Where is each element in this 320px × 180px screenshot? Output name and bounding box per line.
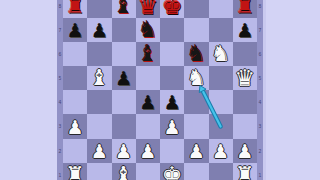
square-g2[interactable]: ♟	[209, 139, 233, 163]
piece-black-rook[interactable]: ♜	[235, 0, 255, 18]
piece-white-pawn[interactable]: ♟	[236, 139, 253, 163]
piece-white-bishop[interactable]: ♝	[114, 163, 134, 180]
rank-label-1: 1	[59, 169, 62, 180]
square-h3[interactable]	[233, 114, 257, 138]
piece-white-rook[interactable]: ♜	[235, 163, 255, 180]
piece-white-pawn[interactable]: ♟	[139, 139, 156, 163]
rank-label-7: 7	[259, 24, 262, 36]
piece-white-pawn[interactable]: ♟	[91, 139, 108, 163]
square-f7[interactable]	[184, 18, 208, 42]
piece-white-king[interactable]: ♚	[162, 163, 183, 180]
square-h1[interactable]: ♜	[233, 163, 257, 180]
square-c3[interactable]	[112, 114, 136, 138]
square-c6[interactable]	[112, 42, 136, 66]
square-a8[interactable]: ♜	[63, 0, 87, 18]
square-g5[interactable]	[209, 66, 233, 90]
square-f3[interactable]	[184, 114, 208, 138]
square-g7[interactable]	[209, 18, 233, 42]
square-a4[interactable]	[63, 90, 87, 114]
square-d6[interactable]: ♝	[136, 42, 160, 66]
rank-label-2: 2	[59, 145, 62, 157]
piece-black-pawn[interactable]: ♟	[115, 66, 132, 90]
square-a7[interactable]: ♟	[63, 18, 87, 42]
square-f1[interactable]	[184, 163, 208, 180]
square-g4[interactable]	[209, 90, 233, 114]
square-h6[interactable]	[233, 42, 257, 66]
square-c8[interactable]: ♝	[112, 0, 136, 18]
rank-label-5: 5	[59, 72, 62, 84]
piece-white-pawn[interactable]: ♟	[188, 139, 205, 163]
square-f4[interactable]	[184, 90, 208, 114]
square-e5[interactable]	[160, 66, 184, 90]
square-d3[interactable]	[136, 114, 160, 138]
square-e6[interactable]	[160, 42, 184, 66]
square-b8[interactable]	[87, 0, 111, 18]
rank-label-5: 5	[259, 72, 262, 84]
rank-label-4: 4	[259, 96, 262, 108]
piece-white-pawn[interactable]: ♟	[212, 139, 229, 163]
piece-black-pawn[interactable]: ♟	[139, 90, 156, 114]
board-edge-highlight	[263, 0, 266, 180]
piece-black-pawn[interactable]: ♟	[236, 18, 253, 42]
square-e2[interactable]	[160, 139, 184, 163]
square-h5[interactable]: ♛	[233, 66, 257, 90]
square-a1[interactable]: ♜	[63, 163, 87, 180]
piece-white-pawn[interactable]: ♟	[164, 115, 181, 139]
piece-white-knight[interactable]: ♞	[211, 42, 231, 66]
piece-white-knight[interactable]: ♞	[187, 66, 207, 90]
piece-black-king[interactable]: ♚	[162, 0, 183, 18]
square-f8[interactable]	[184, 0, 208, 18]
square-e1[interactable]: ♚	[160, 163, 184, 180]
chess-gui-screenshot: 87654321 ♜♝♛♚♜♟♟♞♟♝♞♞♝♟♞♛♟♟♟♟♟♟♟♟♟♟♜♝♚♜ …	[0, 0, 320, 180]
piece-black-bishop[interactable]: ♝	[114, 0, 134, 18]
square-a6[interactable]	[63, 42, 87, 66]
square-d5[interactable]	[136, 66, 160, 90]
square-b2[interactable]: ♟	[87, 139, 111, 163]
square-h2[interactable]: ♟	[233, 139, 257, 163]
square-b5[interactable]: ♝	[87, 66, 111, 90]
rank-label-8: 8	[59, 0, 62, 12]
square-d2[interactable]: ♟	[136, 139, 160, 163]
square-e7[interactable]	[160, 18, 184, 42]
square-h7[interactable]: ♟	[233, 18, 257, 42]
square-b3[interactable]	[87, 114, 111, 138]
square-e4[interactable]: ♟	[160, 90, 184, 114]
square-a3[interactable]: ♟	[63, 114, 87, 138]
square-c5[interactable]: ♟	[112, 66, 136, 90]
square-d8[interactable]: ♛	[136, 0, 160, 18]
square-a2[interactable]	[63, 139, 87, 163]
rank-label-3: 3	[259, 120, 262, 132]
piece-black-pawn[interactable]: ♟	[67, 18, 84, 42]
square-c4[interactable]	[112, 90, 136, 114]
square-g6[interactable]: ♞	[209, 42, 233, 66]
rank-label-1: 1	[259, 169, 262, 180]
square-d4[interactable]: ♟	[136, 90, 160, 114]
rank-label-2: 2	[259, 145, 262, 157]
square-g8[interactable]	[209, 0, 233, 18]
piece-black-pawn[interactable]: ♟	[91, 18, 108, 42]
square-g1[interactable]	[209, 163, 233, 180]
square-e3[interactable]: ♟	[160, 114, 184, 138]
board-grid: ♜♝♛♚♜♟♟♞♟♝♞♞♝♟♞♛♟♟♟♟♟♟♟♟♟♟♜♝♚♜	[63, 0, 257, 180]
piece-black-rook[interactable]: ♜	[65, 0, 85, 18]
rank-label-3: 3	[59, 120, 62, 132]
piece-white-bishop[interactable]: ♝	[90, 66, 110, 90]
piece-white-pawn[interactable]: ♟	[67, 115, 84, 139]
piece-black-knight[interactable]: ♞	[138, 18, 158, 42]
rank-label-4: 4	[59, 96, 62, 108]
square-b4[interactable]	[87, 90, 111, 114]
rank-label-6: 6	[59, 48, 62, 60]
square-d7[interactable]: ♞	[136, 18, 160, 42]
rank-label-7: 7	[59, 24, 62, 36]
square-e8[interactable]: ♚	[160, 0, 184, 18]
piece-black-queen[interactable]: ♛	[138, 0, 159, 18]
square-h4[interactable]	[233, 90, 257, 114]
square-b7[interactable]: ♟	[87, 18, 111, 42]
piece-white-rook[interactable]: ♜	[65, 163, 85, 180]
piece-black-bishop[interactable]: ♝	[138, 42, 158, 66]
chess-board: 87654321 ♜♝♛♚♜♟♟♞♟♝♞♞♝♟♞♛♟♟♟♟♟♟♟♟♟♟♜♝♚♜ …	[57, 0, 266, 180]
piece-white-queen[interactable]: ♛	[235, 66, 256, 90]
square-f5[interactable]: ♞	[184, 66, 208, 90]
square-c1[interactable]: ♝	[112, 163, 136, 180]
rank-label-8: 8	[259, 0, 262, 12]
square-h8[interactable]: ♜	[233, 0, 257, 18]
piece-black-pawn[interactable]: ♟	[164, 90, 181, 114]
square-c7[interactable]	[112, 18, 136, 42]
square-b6[interactable]	[87, 42, 111, 66]
square-f2[interactable]: ♟	[184, 139, 208, 163]
square-d1[interactable]	[136, 163, 160, 180]
piece-white-pawn[interactable]: ♟	[115, 139, 132, 163]
square-b1[interactable]	[87, 163, 111, 180]
square-f6[interactable]: ♞	[184, 42, 208, 66]
rank-label-6: 6	[259, 48, 262, 60]
piece-black-knight[interactable]: ♞	[187, 42, 207, 66]
square-a5[interactable]	[63, 66, 87, 90]
square-g3[interactable]	[209, 114, 233, 138]
square-c2[interactable]: ♟	[112, 139, 136, 163]
